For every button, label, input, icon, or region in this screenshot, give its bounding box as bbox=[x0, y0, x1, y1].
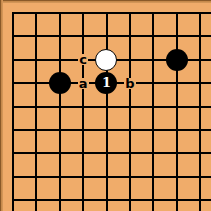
stone-black[interactable] bbox=[49, 72, 71, 94]
stone-white[interactable] bbox=[95, 49, 117, 71]
point-label-b[interactable]: b bbox=[124, 78, 135, 89]
go-board: abc1 bbox=[0, 0, 211, 211]
stone-black[interactable] bbox=[166, 49, 188, 71]
move-number: 1 bbox=[102, 76, 111, 90]
board-grid[interactable]: abc1 bbox=[1, 1, 211, 211]
point-label-a[interactable]: a bbox=[78, 78, 89, 89]
point-label-c[interactable]: c bbox=[78, 54, 88, 65]
stone-black-move-1[interactable]: 1 bbox=[95, 72, 117, 94]
